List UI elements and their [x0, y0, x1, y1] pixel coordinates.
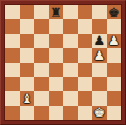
square-g2[interactable] [92, 91, 107, 105]
square-d5[interactable] [49, 48, 64, 62]
square-a3[interactable] [5, 77, 20, 91]
square-h1[interactable] [107, 106, 122, 120]
square-c8[interactable] [34, 5, 49, 19]
square-a6[interactable] [5, 34, 20, 48]
square-c1[interactable] [34, 106, 49, 120]
square-b3[interactable] [20, 77, 35, 91]
square-e1[interactable] [63, 106, 78, 120]
square-f7[interactable] [78, 19, 93, 33]
square-f8[interactable] [78, 5, 93, 19]
square-g1[interactable]: ♚ [92, 106, 107, 120]
square-g8[interactable] [92, 5, 107, 19]
square-g7[interactable] [92, 19, 107, 33]
square-d2[interactable] [49, 91, 64, 105]
white-pawn[interactable]: ♟ [108, 34, 120, 47]
square-a5[interactable] [5, 48, 20, 62]
square-b6[interactable] [20, 34, 35, 48]
square-h2[interactable] [107, 91, 122, 105]
black-rook[interactable]: ♜ [50, 5, 62, 18]
square-c5[interactable] [34, 48, 49, 62]
square-h7[interactable] [107, 19, 122, 33]
square-b8[interactable] [20, 5, 35, 19]
square-b5[interactable] [20, 48, 35, 62]
square-e5[interactable] [63, 48, 78, 62]
square-g4[interactable] [92, 63, 107, 77]
square-c6[interactable] [34, 34, 49, 48]
square-d7[interactable] [49, 19, 64, 33]
square-h8[interactable]: ♚ [107, 5, 122, 19]
square-c7[interactable] [34, 19, 49, 33]
board-frame: ♜♚♟♟♟♝♚ [0, 0, 126, 125]
square-f4[interactable] [78, 63, 93, 77]
square-c4[interactable] [34, 63, 49, 77]
square-a4[interactable] [5, 63, 20, 77]
square-f6[interactable] [78, 34, 93, 48]
square-a1[interactable] [5, 106, 20, 120]
square-e8[interactable] [63, 5, 78, 19]
square-d8[interactable]: ♜ [49, 5, 64, 19]
square-e4[interactable] [63, 63, 78, 77]
square-d3[interactable] [49, 77, 64, 91]
square-b2[interactable]: ♝ [20, 91, 35, 105]
white-king[interactable]: ♚ [93, 106, 105, 119]
square-c2[interactable] [34, 91, 49, 105]
square-f2[interactable] [78, 91, 93, 105]
black-king[interactable]: ♚ [108, 5, 120, 18]
square-f3[interactable] [78, 77, 93, 91]
square-e7[interactable] [63, 19, 78, 33]
square-g6[interactable]: ♟ [92, 34, 107, 48]
square-f5[interactable] [78, 48, 93, 62]
white-pawn[interactable]: ♟ [93, 48, 105, 61]
square-d1[interactable] [49, 106, 64, 120]
square-g3[interactable] [92, 77, 107, 91]
square-c3[interactable] [34, 77, 49, 91]
square-f1[interactable] [78, 106, 93, 120]
white-bishop[interactable]: ♝ [21, 91, 33, 104]
square-b4[interactable] [20, 63, 35, 77]
square-a2[interactable] [5, 91, 20, 105]
square-b7[interactable] [20, 19, 35, 33]
square-g5[interactable]: ♟ [92, 48, 107, 62]
square-e2[interactable] [63, 91, 78, 105]
black-pawn[interactable]: ♟ [93, 34, 105, 47]
square-h4[interactable] [107, 63, 122, 77]
square-b1[interactable] [20, 106, 35, 120]
square-h5[interactable] [107, 48, 122, 62]
square-e3[interactable] [63, 77, 78, 91]
square-d4[interactable] [49, 63, 64, 77]
square-e6[interactable] [63, 34, 78, 48]
square-h6[interactable]: ♟ [107, 34, 122, 48]
square-a7[interactable] [5, 19, 20, 33]
square-d6[interactable] [49, 34, 64, 48]
square-h3[interactable] [107, 77, 122, 91]
square-a8[interactable] [5, 5, 20, 19]
chess-board: ♜♚♟♟♟♝♚ [5, 5, 121, 120]
